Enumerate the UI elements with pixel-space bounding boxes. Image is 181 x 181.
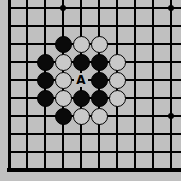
- empty-intersection[interactable]: [108, 143, 126, 161]
- occupied-intersection: [54, 53, 72, 71]
- occupied-intersection: [90, 107, 108, 125]
- white-stone: [109, 72, 126, 89]
- empty-intersection[interactable]: [72, 0, 90, 17]
- occupied-intersection: [36, 71, 54, 89]
- occupied-intersection: [72, 89, 90, 107]
- empty-intersection[interactable]: [0, 0, 18, 17]
- empty-intersection[interactable]: [18, 0, 36, 17]
- empty-intersection[interactable]: [144, 17, 162, 35]
- marked-intersection-a[interactable]: A: [72, 71, 90, 89]
- empty-intersection[interactable]: [126, 143, 144, 161]
- empty-intersection[interactable]: [54, 143, 72, 161]
- go-board: A: [0, 0, 181, 181]
- empty-intersection[interactable]: [90, 0, 108, 17]
- empty-intersection[interactable]: [0, 125, 18, 143]
- empty-intersection[interactable]: [126, 71, 144, 89]
- empty-intersection[interactable]: [36, 125, 54, 143]
- empty-intersection[interactable]: [0, 17, 18, 35]
- black-stone: [55, 108, 72, 125]
- empty-intersection[interactable]: [162, 89, 180, 107]
- occupied-intersection: [54, 89, 72, 107]
- empty-intersection[interactable]: [0, 161, 18, 179]
- empty-intersection[interactable]: [36, 17, 54, 35]
- occupied-intersection: [90, 89, 108, 107]
- empty-intersection[interactable]: [54, 17, 72, 35]
- empty-intersection[interactable]: [0, 107, 18, 125]
- empty-intersection[interactable]: [126, 107, 144, 125]
- empty-intersection[interactable]: [162, 71, 180, 89]
- empty-intersection[interactable]: [18, 143, 36, 161]
- empty-intersection[interactable]: [162, 35, 180, 53]
- occupied-intersection: [54, 35, 72, 53]
- empty-intersection[interactable]: [18, 107, 36, 125]
- empty-intersection[interactable]: [126, 0, 144, 17]
- empty-intersection[interactable]: [90, 161, 108, 179]
- white-stone: [109, 90, 126, 107]
- empty-intersection[interactable]: [54, 125, 72, 143]
- occupied-intersection: [90, 53, 108, 71]
- occupied-intersection: [108, 71, 126, 89]
- empty-intersection[interactable]: [0, 53, 18, 71]
- empty-intersection[interactable]: [54, 161, 72, 179]
- empty-intersection[interactable]: [72, 125, 90, 143]
- empty-intersection[interactable]: [0, 35, 18, 53]
- empty-intersection[interactable]: [108, 35, 126, 53]
- empty-intersection[interactable]: [18, 53, 36, 71]
- empty-intersection[interactable]: [126, 89, 144, 107]
- black-stone: [55, 36, 72, 53]
- occupied-intersection: [72, 107, 90, 125]
- empty-intersection[interactable]: [90, 143, 108, 161]
- occupied-intersection: [108, 53, 126, 71]
- empty-intersection[interactable]: [108, 125, 126, 143]
- occupied-intersection: [90, 35, 108, 53]
- empty-intersection[interactable]: [18, 125, 36, 143]
- occupied-intersection: [54, 71, 72, 89]
- empty-intersection[interactable]: [144, 53, 162, 71]
- occupied-intersection: [36, 53, 54, 71]
- empty-intersection[interactable]: [0, 71, 18, 89]
- empty-intersection[interactable]: [144, 71, 162, 89]
- empty-intersection[interactable]: [90, 125, 108, 143]
- empty-intersection[interactable]: [0, 143, 18, 161]
- empty-intersection[interactable]: [18, 17, 36, 35]
- empty-intersection[interactable]: [162, 161, 180, 179]
- empty-intersection[interactable]: [108, 107, 126, 125]
- white-stone: [91, 108, 108, 125]
- empty-intersection[interactable]: [144, 161, 162, 179]
- empty-intersection[interactable]: [126, 161, 144, 179]
- empty-intersection[interactable]: [18, 71, 36, 89]
- empty-intersection[interactable]: [144, 143, 162, 161]
- empty-intersection[interactable]: [126, 35, 144, 53]
- occupied-intersection: [108, 89, 126, 107]
- occupied-intersection: [90, 71, 108, 89]
- empty-intersection[interactable]: [18, 35, 36, 53]
- empty-intersection[interactable]: [144, 89, 162, 107]
- empty-intersection[interactable]: [162, 53, 180, 71]
- occupied-intersection: [54, 107, 72, 125]
- occupied-intersection: [72, 35, 90, 53]
- empty-intersection[interactable]: [90, 17, 108, 35]
- black-stone: [73, 90, 90, 107]
- white-stone: [91, 36, 108, 53]
- black-stone: [37, 90, 54, 107]
- empty-intersection[interactable]: [36, 143, 54, 161]
- empty-intersection[interactable]: [36, 161, 54, 179]
- black-stone: [37, 54, 54, 71]
- empty-intersection[interactable]: [162, 0, 180, 17]
- empty-intersection[interactable]: [72, 143, 90, 161]
- empty-intersection[interactable]: [0, 89, 18, 107]
- empty-intersection[interactable]: [144, 35, 162, 53]
- white-stone: [73, 36, 90, 53]
- white-stone: [109, 54, 126, 71]
- empty-intersection[interactable]: [162, 143, 180, 161]
- empty-intersection[interactable]: [36, 35, 54, 53]
- empty-intersection[interactable]: [36, 107, 54, 125]
- white-stone: [73, 108, 90, 125]
- black-stone: [73, 54, 90, 71]
- empty-intersection[interactable]: [126, 125, 144, 143]
- empty-intersection[interactable]: [126, 17, 144, 35]
- white-stone: [55, 54, 72, 71]
- board-intersections: A: [0, 0, 180, 179]
- empty-intersection[interactable]: [72, 17, 90, 35]
- point-label-a[interactable]: A: [74, 73, 88, 87]
- black-stone: [91, 72, 108, 89]
- empty-intersection[interactable]: [162, 107, 180, 125]
- occupied-intersection: [36, 89, 54, 107]
- empty-intersection[interactable]: [108, 161, 126, 179]
- white-stone: [55, 90, 72, 107]
- empty-intersection[interactable]: [108, 0, 126, 17]
- occupied-intersection: [72, 53, 90, 71]
- empty-intersection[interactable]: [36, 0, 54, 17]
- empty-intersection[interactable]: [18, 89, 36, 107]
- black-stone: [91, 54, 108, 71]
- empty-intersection[interactable]: [54, 0, 72, 17]
- empty-intersection[interactable]: [144, 125, 162, 143]
- black-stone: [37, 72, 54, 89]
- empty-intersection[interactable]: [18, 161, 36, 179]
- empty-intersection[interactable]: [162, 17, 180, 35]
- empty-intersection[interactable]: [144, 107, 162, 125]
- empty-intersection[interactable]: [162, 125, 180, 143]
- empty-intersection[interactable]: [108, 17, 126, 35]
- empty-intersection[interactable]: [144, 0, 162, 17]
- empty-intersection[interactable]: [72, 161, 90, 179]
- empty-intersection[interactable]: [126, 53, 144, 71]
- white-stone: [55, 72, 72, 89]
- black-stone: [91, 90, 108, 107]
